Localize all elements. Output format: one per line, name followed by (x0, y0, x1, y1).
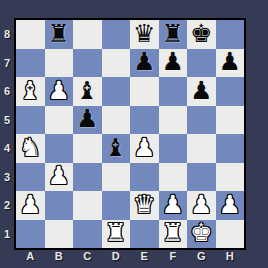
square-d2[interactable] (102, 191, 131, 220)
square-a5[interactable] (16, 106, 45, 135)
square-a7[interactable] (16, 49, 45, 78)
square-g7[interactable] (187, 49, 216, 78)
file-labels: ABCDEFGH (16, 250, 244, 262)
white-pawn[interactable]: ♟ (190, 192, 212, 217)
square-b2[interactable] (45, 191, 74, 220)
square-e3[interactable] (130, 163, 159, 192)
square-g8[interactable]: ♚ (187, 20, 216, 49)
square-g2[interactable]: ♟ (187, 191, 216, 220)
rank-label-8: 8 (0, 20, 14, 49)
black-rook[interactable]: ♜ (162, 21, 184, 46)
square-a1[interactable] (16, 220, 45, 249)
white-knight[interactable]: ♞ (19, 135, 41, 160)
square-d1[interactable]: ♜ (102, 220, 131, 249)
square-c5[interactable]: ♟ (73, 106, 102, 135)
file-label-g: G (187, 250, 216, 262)
square-e8[interactable]: ♛ (130, 20, 159, 49)
black-pawn[interactable]: ♟ (190, 78, 212, 103)
square-h7[interactable]: ♟ (216, 49, 245, 78)
white-queen[interactable]: ♛ (133, 192, 155, 217)
black-bishop[interactable]: ♝ (76, 78, 98, 103)
square-e7[interactable]: ♟ (130, 49, 159, 78)
square-d3[interactable] (102, 163, 131, 192)
file-label-b: B (45, 250, 74, 262)
white-pawn[interactable]: ♟ (219, 192, 241, 217)
square-a2[interactable]: ♟ (16, 191, 45, 220)
square-f8[interactable]: ♜ (159, 20, 188, 49)
square-h6[interactable] (216, 77, 245, 106)
white-pawn[interactable]: ♟ (162, 192, 184, 217)
file-label-c: C (73, 250, 102, 262)
file-label-a: A (16, 250, 45, 262)
white-pawn[interactable]: ♟ (48, 78, 70, 103)
square-d6[interactable] (102, 77, 131, 106)
square-c6[interactable]: ♝ (73, 77, 102, 106)
square-a6[interactable]: ♝ (16, 77, 45, 106)
square-a3[interactable] (16, 163, 45, 192)
square-h1[interactable] (216, 220, 245, 249)
rank-label-7: 7 (0, 49, 14, 78)
square-b7[interactable] (45, 49, 74, 78)
rank-label-6: 6 (0, 77, 14, 106)
file-label-f: F (159, 250, 188, 262)
square-b6[interactable]: ♟ (45, 77, 74, 106)
file-label-d: D (102, 250, 131, 262)
square-c8[interactable] (73, 20, 102, 49)
square-c7[interactable] (73, 49, 102, 78)
square-e6[interactable] (130, 77, 159, 106)
square-b4[interactable] (45, 134, 74, 163)
white-king[interactable]: ♚ (190, 220, 212, 245)
square-g3[interactable] (187, 163, 216, 192)
square-d7[interactable] (102, 49, 131, 78)
rank-label-4: 4 (0, 134, 14, 163)
square-c3[interactable] (73, 163, 102, 192)
square-h4[interactable] (216, 134, 245, 163)
square-b1[interactable] (45, 220, 74, 249)
square-g6[interactable]: ♟ (187, 77, 216, 106)
square-g4[interactable] (187, 134, 216, 163)
square-e1[interactable] (130, 220, 159, 249)
rank-label-5: 5 (0, 106, 14, 135)
black-bishop[interactable]: ♝ (105, 135, 127, 160)
square-f7[interactable]: ♟ (159, 49, 188, 78)
square-f4[interactable] (159, 134, 188, 163)
square-a4[interactable]: ♞ (16, 134, 45, 163)
square-h3[interactable] (216, 163, 245, 192)
square-h8[interactable] (216, 20, 245, 49)
square-f1[interactable]: ♜ (159, 220, 188, 249)
rank-labels: 87654321 (0, 20, 14, 248)
square-c4[interactable] (73, 134, 102, 163)
square-h2[interactable]: ♟ (216, 191, 245, 220)
rank-label-1: 1 (0, 220, 14, 249)
white-pawn[interactable]: ♟ (133, 135, 155, 160)
square-b8[interactable]: ♜ (45, 20, 74, 49)
black-pawn[interactable]: ♟ (133, 49, 155, 74)
square-d8[interactable] (102, 20, 131, 49)
file-label-e: E (130, 250, 159, 262)
white-pawn[interactable]: ♟ (48, 163, 70, 188)
chess-board-diagram: 87654321 ♜♛♜♚♟♟♟♝♟♝♟♟♞♝♟♟♟♛♟♟♟♜♜♚ ABCDEF… (0, 0, 268, 268)
square-b5[interactable] (45, 106, 74, 135)
square-d5[interactable] (102, 106, 131, 135)
square-e4[interactable]: ♟ (130, 134, 159, 163)
square-g5[interactable] (187, 106, 216, 135)
square-d4[interactable]: ♝ (102, 134, 131, 163)
square-f6[interactable] (159, 77, 188, 106)
black-pawn[interactable]: ♟ (219, 49, 241, 74)
square-f3[interactable] (159, 163, 188, 192)
white-bishop[interactable]: ♝ (19, 78, 41, 103)
square-a8[interactable] (16, 20, 45, 49)
square-h5[interactable] (216, 106, 245, 135)
black-queen[interactable]: ♛ (133, 21, 155, 46)
rank-label-3: 3 (0, 163, 14, 192)
square-e2[interactable]: ♛ (130, 191, 159, 220)
black-pawn[interactable]: ♟ (162, 49, 184, 74)
square-e5[interactable] (130, 106, 159, 135)
square-g1[interactable]: ♚ (187, 220, 216, 249)
white-rook[interactable]: ♜ (162, 220, 184, 245)
square-f5[interactable] (159, 106, 188, 135)
square-b3[interactable]: ♟ (45, 163, 74, 192)
square-c1[interactable] (73, 220, 102, 249)
white-rook[interactable]: ♜ (105, 220, 127, 245)
black-king[interactable]: ♚ (190, 21, 212, 46)
rank-label-2: 2 (0, 191, 14, 220)
board: ♜♛♜♚♟♟♟♝♟♝♟♟♞♝♟♟♟♛♟♟♟♜♜♚ (14, 18, 246, 250)
square-f2[interactable]: ♟ (159, 191, 188, 220)
black-pawn[interactable]: ♟ (76, 106, 98, 131)
white-pawn[interactable]: ♟ (19, 192, 41, 217)
file-label-h: H (216, 250, 245, 262)
square-c2[interactable] (73, 191, 102, 220)
black-rook[interactable]: ♜ (48, 21, 70, 46)
